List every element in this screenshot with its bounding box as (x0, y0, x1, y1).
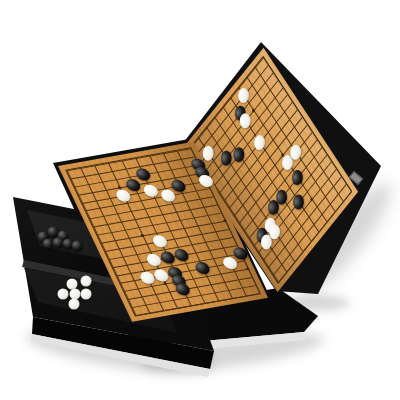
go-set-scene (0, 0, 400, 400)
black-stone[interactable] (133, 167, 151, 181)
drawer-white-stone[interactable] (69, 299, 80, 310)
black-stone[interactable] (169, 178, 187, 192)
black-stone[interactable] (173, 282, 191, 296)
drawer-white-stone[interactable] (58, 289, 69, 300)
hoshi-point (163, 282, 167, 285)
white-stone[interactable] (150, 234, 168, 248)
white-stone[interactable] (221, 256, 239, 270)
drawer-black-stone[interactable] (72, 241, 83, 252)
hoshi-point (245, 267, 249, 270)
hoshi-point (117, 185, 121, 188)
white-stone[interactable] (141, 183, 159, 197)
hoshi-point (222, 219, 226, 222)
white-stone[interactable] (113, 188, 131, 202)
hoshi-point (140, 233, 144, 236)
black-stone[interactable] (123, 177, 141, 191)
black-stone[interactable] (193, 261, 211, 275)
white-stone[interactable] (159, 189, 177, 203)
drawer-white-stone[interactable] (81, 289, 92, 300)
drawer-white-stone[interactable] (81, 276, 92, 287)
